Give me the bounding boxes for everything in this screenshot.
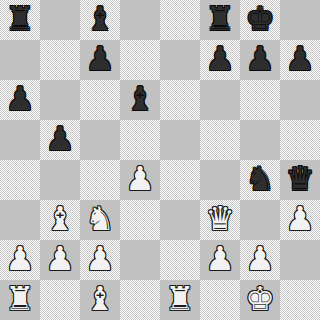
square-c4[interactable] — [80, 160, 120, 200]
black-pawn-c7[interactable]: ♟ — [85, 39, 115, 79]
chess-board: ♜♝♜♚♟♟♟♟♟♝♟♟♞♛♝♞♛♟♟♟♟♟♟♜♝♜♚ — [0, 0, 320, 320]
black-bishop-d6[interactable]: ♝ — [125, 79, 155, 119]
square-b1[interactable] — [40, 280, 80, 320]
square-b6[interactable] — [40, 80, 80, 120]
square-a5[interactable] — [0, 120, 40, 160]
square-f8[interactable]: ♜ — [200, 0, 240, 40]
square-g4[interactable]: ♞ — [240, 160, 280, 200]
white-queen-f3[interactable]: ♛ — [205, 199, 235, 239]
white-pawn-f2[interactable]: ♟ — [205, 239, 235, 279]
square-g6[interactable] — [240, 80, 280, 120]
square-d2[interactable] — [120, 240, 160, 280]
white-rook-a1[interactable]: ♜ — [5, 279, 35, 319]
square-e3[interactable] — [160, 200, 200, 240]
square-c7[interactable]: ♟ — [80, 40, 120, 80]
square-e4[interactable] — [160, 160, 200, 200]
square-d4[interactable]: ♟ — [120, 160, 160, 200]
square-h5[interactable] — [280, 120, 320, 160]
square-b7[interactable] — [40, 40, 80, 80]
square-e8[interactable] — [160, 0, 200, 40]
white-bishop-c1[interactable]: ♝ — [85, 279, 115, 319]
square-c1[interactable]: ♝ — [80, 280, 120, 320]
square-g1[interactable]: ♚ — [240, 280, 280, 320]
square-f4[interactable] — [200, 160, 240, 200]
square-c6[interactable] — [80, 80, 120, 120]
black-rook-a8[interactable]: ♜ — [5, 0, 35, 39]
square-d7[interactable] — [120, 40, 160, 80]
square-a7[interactable] — [0, 40, 40, 80]
square-f6[interactable] — [200, 80, 240, 120]
black-rook-f8[interactable]: ♜ — [205, 0, 235, 39]
square-b8[interactable] — [40, 0, 80, 40]
square-b2[interactable]: ♟ — [40, 240, 80, 280]
square-f1[interactable] — [200, 280, 240, 320]
square-h1[interactable] — [280, 280, 320, 320]
square-a8[interactable]: ♜ — [0, 0, 40, 40]
square-c2[interactable]: ♟ — [80, 240, 120, 280]
square-g3[interactable] — [240, 200, 280, 240]
white-pawn-c2[interactable]: ♟ — [85, 239, 115, 279]
square-e5[interactable] — [160, 120, 200, 160]
square-e7[interactable] — [160, 40, 200, 80]
chess-board-container: ♜♝♜♚♟♟♟♟♟♝♟♟♞♛♝♞♛♟♟♟♟♟♟♜♝♜♚ — [0, 0, 320, 320]
square-f5[interactable] — [200, 120, 240, 160]
square-h8[interactable] — [280, 0, 320, 40]
square-b3[interactable]: ♝ — [40, 200, 80, 240]
square-g2[interactable]: ♟ — [240, 240, 280, 280]
black-knight-g4[interactable]: ♞ — [245, 159, 275, 199]
square-c5[interactable] — [80, 120, 120, 160]
square-f7[interactable]: ♟ — [200, 40, 240, 80]
black-pawn-f7[interactable]: ♟ — [205, 39, 235, 79]
black-pawn-a6[interactable]: ♟ — [5, 79, 35, 119]
square-d3[interactable] — [120, 200, 160, 240]
square-d1[interactable] — [120, 280, 160, 320]
square-g8[interactable]: ♚ — [240, 0, 280, 40]
black-king-g8[interactable]: ♚ — [245, 0, 275, 39]
square-d8[interactable] — [120, 0, 160, 40]
black-queen-h4[interactable]: ♛ — [285, 159, 315, 199]
square-g5[interactable] — [240, 120, 280, 160]
square-d5[interactable] — [120, 120, 160, 160]
white-knight-c3[interactable]: ♞ — [85, 199, 115, 239]
square-f3[interactable]: ♛ — [200, 200, 240, 240]
square-e1[interactable]: ♜ — [160, 280, 200, 320]
white-pawn-g2[interactable]: ♟ — [245, 239, 275, 279]
black-pawn-g7[interactable]: ♟ — [245, 39, 275, 79]
white-pawn-b2[interactable]: ♟ — [45, 239, 75, 279]
square-b4[interactable] — [40, 160, 80, 200]
white-rook-e1[interactable]: ♜ — [165, 279, 195, 319]
white-king-g1[interactable]: ♚ — [245, 279, 275, 319]
square-h6[interactable] — [280, 80, 320, 120]
square-a2[interactable]: ♟ — [0, 240, 40, 280]
square-c8[interactable]: ♝ — [80, 0, 120, 40]
square-h2[interactable] — [280, 240, 320, 280]
square-e6[interactable] — [160, 80, 200, 120]
square-h3[interactable]: ♟ — [280, 200, 320, 240]
square-f2[interactable]: ♟ — [200, 240, 240, 280]
white-bishop-b3[interactable]: ♝ — [45, 199, 75, 239]
black-bishop-c8[interactable]: ♝ — [85, 0, 115, 39]
black-pawn-b5[interactable]: ♟ — [45, 119, 75, 159]
square-b5[interactable]: ♟ — [40, 120, 80, 160]
square-c3[interactable]: ♞ — [80, 200, 120, 240]
square-a6[interactable]: ♟ — [0, 80, 40, 120]
black-pawn-h7[interactable]: ♟ — [285, 39, 315, 79]
square-g7[interactable]: ♟ — [240, 40, 280, 80]
square-e2[interactable] — [160, 240, 200, 280]
square-a4[interactable] — [0, 160, 40, 200]
white-pawn-a2[interactable]: ♟ — [5, 239, 35, 279]
square-a1[interactable]: ♜ — [0, 280, 40, 320]
square-d6[interactable]: ♝ — [120, 80, 160, 120]
white-pawn-h3[interactable]: ♟ — [285, 199, 315, 239]
white-pawn-d4[interactable]: ♟ — [125, 159, 155, 199]
square-h4[interactable]: ♛ — [280, 160, 320, 200]
square-h7[interactable]: ♟ — [280, 40, 320, 80]
square-a3[interactable] — [0, 200, 40, 240]
